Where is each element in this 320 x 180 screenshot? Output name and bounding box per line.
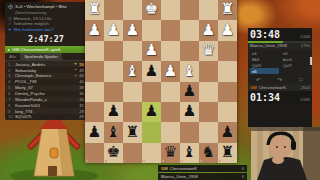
square-a1[interactable]: ♜: [218, 0, 237, 20]
standings-player-name: Dimitrij_Psyche: [15, 91, 77, 96]
standings-rank: 6: [8, 91, 13, 96]
square-g6[interactable]: ♟: [104, 102, 123, 122]
standings-rank: 7: [8, 97, 13, 102]
standings-player-name: SQU475: [15, 114, 77, 119]
square-f8[interactable]: f: [123, 143, 142, 163]
standings-rank: 3: [8, 73, 13, 78]
windmill-window: [50, 148, 58, 158]
square-g5[interactable]: [104, 82, 123, 102]
white-p-piece: ♟: [199, 20, 218, 40]
standings-rank: 5: [8, 85, 13, 90]
square-c5[interactable]: ♟: [180, 82, 199, 102]
square-h8[interactable]: h: [85, 143, 104, 163]
standings-score: 59: [79, 62, 84, 67]
square-d8[interactable]: ♛d: [161, 143, 180, 163]
standings-player-name: Christoph_Balance: [15, 73, 72, 78]
play-icon: ▸: [8, 47, 10, 52]
square-e5[interactable]: [142, 82, 161, 102]
stream-screen: ✠ 3+0 • Wochenkampf • Blitz Zwischenwert…: [0, 0, 320, 180]
standings-score: 40: [79, 79, 84, 84]
square-d7[interactable]: [161, 122, 180, 142]
white-q-piece: ♛: [199, 41, 218, 61]
file-coordinate: c: [181, 159, 183, 163]
file-coordinate: f: [124, 159, 125, 163]
trophy-icon: ★: [74, 62, 77, 67]
square-c2[interactable]: [180, 20, 199, 40]
opponent-clock-sub: #1408: [299, 35, 310, 39]
forward-icon[interactable]: ↷: [277, 76, 282, 83]
white-k-piece: ♚: [142, 0, 161, 20]
file-coordinate: d: [162, 159, 164, 163]
opponent-name: Blanca_Unire_1958: [250, 43, 287, 48]
square-h4[interactable]: [85, 61, 104, 81]
square-h1[interactable]: ♜: [85, 0, 104, 20]
opponent-name-row[interactable]: Blanca_Unire_1958 1750: [248, 43, 312, 50]
square-g2[interactable]: ♟: [104, 20, 123, 40]
black-p-piece: ♟: [180, 82, 199, 102]
standings-tabs: Alle Spielende Spieler: [5, 53, 87, 61]
black-p-piece: ♟: [142, 102, 161, 122]
square-a3[interactable]: [218, 41, 237, 61]
square-a4[interactable]: [218, 61, 237, 81]
square-b2[interactable]: ♟: [199, 20, 218, 40]
file-coordinate: g: [105, 159, 107, 163]
tournament-panel: ✠ 3+0 • Wochenkampf • Blitz Zwischenwert…: [5, 2, 87, 120]
move-cell[interactable]: e6: [250, 68, 279, 74]
player-name: Blanca_Unire_1958: [161, 174, 198, 179]
standings-score: 38: [79, 85, 84, 90]
square-a6[interactable]: [218, 102, 237, 122]
file-coordinate: b: [200, 159, 202, 163]
black-p-piece: ♟: [85, 122, 104, 142]
standings-rank: 2: [8, 68, 13, 73]
standings-list: 1Jessica_Andrés★592Sebastiakg✦493Christo…: [5, 61, 87, 120]
square-f3[interactable]: [123, 41, 142, 61]
square-g7[interactable]: ♝: [104, 122, 123, 142]
standings-score: 49: [79, 68, 84, 73]
standings-score: 36: [79, 91, 84, 96]
standings-rank: 9: [8, 109, 13, 114]
standings-row[interactable]: 10SQU47528: [5, 114, 87, 120]
standings-player-name: Sebastiakg: [15, 68, 72, 73]
square-f7[interactable]: ♜: [123, 122, 142, 142]
black-p-piece: ♟: [104, 102, 123, 122]
player-plates: GM ChessnetworK 8 Blanca_Unire_1958 8: [158, 165, 247, 180]
streamer-name: ChessnetworK: [259, 85, 286, 90]
square-c7[interactable]: [180, 122, 199, 142]
square-b4[interactable]: [199, 61, 218, 81]
square-d3[interactable]: [161, 41, 180, 61]
square-h2[interactable]: ♟: [85, 20, 104, 40]
game-panel: 03:48 #1408 Blanca_Unire_1958 1750 e4e5B…: [248, 28, 312, 127]
square-b3[interactable]: ♛: [199, 41, 218, 61]
square-d4[interactable]: ♟: [161, 61, 180, 81]
standings-player-name: WunderPanda_s: [15, 97, 77, 102]
player-plate-value: 8: [242, 174, 244, 179]
info-icon: ✦: [8, 27, 12, 32]
white-p-piece: ♟: [104, 20, 123, 40]
square-c6[interactable]: ♟: [180, 102, 199, 122]
square-h6[interactable]: [85, 102, 104, 122]
move-list: e4e5Bb3bxc6Qxf3Qxf7e6: [248, 49, 312, 75]
game-actions: ↶ ↷ ⚐: [248, 75, 312, 84]
square-a5[interactable]: [218, 82, 237, 102]
standings-score: 34: [79, 97, 84, 102]
flame-icon: ✦: [74, 74, 77, 79]
streamer-playing-banner[interactable]: ▸ GM ChessnetworK spielt: [5, 46, 87, 53]
standings-score: 31: [79, 103, 84, 108]
square-e4[interactable]: ♟: [142, 61, 161, 81]
standings-score: 29: [79, 109, 84, 114]
tab-all[interactable]: Alle: [5, 53, 20, 60]
file-coordinate: a: [219, 159, 221, 163]
square-h7[interactable]: ♟: [85, 122, 104, 142]
white-p-piece: ♟: [161, 61, 180, 81]
takeback-icon[interactable]: ↶: [256, 76, 261, 83]
plate-black-player[interactable]: GM ChessnetworK 8: [158, 165, 247, 172]
standings-player-name: king_774: [15, 109, 77, 114]
square-d2[interactable]: [161, 20, 180, 40]
square-d6[interactable]: [161, 102, 180, 122]
standings-player-name: Krasimir5001: [15, 103, 77, 108]
standings-player-name: Jessica_Andrés: [15, 62, 72, 67]
square-a8[interactable]: ♜a: [218, 143, 237, 163]
square-e1[interactable]: ♚: [142, 0, 161, 20]
headphones-cup: [291, 141, 296, 150]
black-b-piece: ♝: [104, 122, 123, 142]
square-f6[interactable]: [123, 102, 142, 122]
square-c1[interactable]: [180, 0, 199, 20]
white-b-piece: ♝: [180, 61, 199, 81]
white-p-piece: ♟: [85, 20, 104, 40]
windmill-door: [48, 166, 57, 176]
opponent-rating: 1750: [301, 43, 310, 48]
square-h3[interactable]: [85, 41, 104, 61]
streamer-rating: 2544: [301, 85, 310, 90]
black-p-piece: ♟: [218, 122, 237, 142]
chess-board: ♜♚♜♟♟♟♟♟♟♛♝♟♟♝♟♟♟♟♟♝♜♟h♚gfe♛d♝c♞b♜a: [85, 0, 237, 163]
black-p-piece: ♟: [142, 61, 161, 81]
square-e6[interactable]: ♟: [142, 102, 161, 122]
standings-score: 28: [79, 114, 84, 119]
plate-white-player[interactable]: Blanca_Unire_1958 8: [158, 173, 247, 180]
square-f4[interactable]: ♝: [123, 61, 142, 81]
person-face: [270, 136, 293, 158]
streamer-clock-row: 01:34 #1349: [248, 91, 312, 104]
panel-filler: [248, 104, 312, 127]
square-h5[interactable]: [85, 82, 104, 102]
black-p-piece: ♟: [180, 102, 199, 122]
opponent-clock: 03:48: [250, 29, 280, 40]
square-a2[interactable]: ♟: [218, 20, 237, 40]
white-p-piece: ♟: [123, 20, 142, 40]
square-g8[interactable]: ♚g: [104, 143, 123, 163]
standings-rank: 10: [8, 114, 13, 119]
tournament-countdown: 2:47:27: [5, 32, 87, 46]
file-coordinate: e: [143, 159, 145, 163]
standings-rank: 4: [8, 79, 13, 84]
square-f5[interactable]: [123, 82, 142, 102]
standings-rank: 8: [8, 103, 13, 108]
square-b6[interactable]: [199, 102, 218, 122]
black-r-piece: ♜: [123, 122, 142, 142]
file-coordinate: h: [86, 159, 88, 163]
tournament-subtitle: Zwischenwertung: [15, 10, 67, 15]
square-g3[interactable]: [104, 41, 123, 61]
tournament-header: ✠ 3+0 • Wochenkampf • Blitz Zwischenwert…: [5, 2, 87, 16]
streamer-name-row[interactable]: GM ChessnetworK 2544: [248, 84, 312, 91]
square-b1[interactable]: [199, 0, 218, 20]
square-b8[interactable]: ♞b: [199, 143, 218, 163]
white-p-piece: ♟: [142, 41, 161, 61]
square-a7[interactable]: ♟: [218, 122, 237, 142]
square-g1[interactable]: [104, 0, 123, 20]
square-f1[interactable]: [123, 0, 142, 20]
streamer-title-badge: GM: [250, 85, 257, 90]
resign-icon[interactable]: ⚐: [298, 76, 303, 83]
standings-score: 44: [79, 73, 84, 78]
square-c3[interactable]: [180, 41, 199, 61]
square-c4[interactable]: ♝: [180, 61, 199, 81]
square-d1[interactable]: [161, 0, 180, 20]
white-b-piece: ♝: [123, 61, 142, 81]
tab-playing[interactable]: Spielende Spieler: [20, 53, 62, 60]
player-name: ChessnetworK: [170, 166, 197, 171]
square-f2[interactable]: ♟: [123, 20, 142, 40]
square-e2[interactable]: [142, 20, 161, 40]
player-title-badge: GM: [161, 166, 168, 171]
square-e7[interactable]: [142, 122, 161, 142]
streamer-clock-sub: #1349: [299, 98, 310, 102]
person-hand: [272, 156, 284, 164]
opponent-clock-row: 03:48 #1408: [248, 28, 312, 41]
square-b5[interactable]: [199, 82, 218, 102]
flame-icon: ✦: [74, 68, 77, 73]
player-plate-value: 8: [242, 166, 244, 171]
square-g4[interactable]: [104, 61, 123, 81]
move-cell[interactable]: [281, 68, 310, 74]
standings-player-name: Marty_67: [15, 85, 77, 90]
webcam-person: [251, 127, 320, 180]
standings-rank: 1: [8, 62, 13, 67]
white-r-piece: ♜: [218, 0, 237, 20]
webcam-feed: [251, 127, 320, 180]
square-c8[interactable]: ♝c: [180, 143, 199, 163]
square-e3[interactable]: ♟: [142, 41, 161, 61]
square-e8[interactable]: e: [142, 143, 161, 163]
scrollbar[interactable]: [310, 57, 312, 65]
standings-player-name: POOL_739: [15, 79, 77, 84]
square-d5[interactable]: [161, 82, 180, 102]
white-r-piece: ♜: [85, 0, 104, 20]
tournament-logo-icon: ✠: [8, 4, 13, 10]
streamer-clock: 01:34: [250, 92, 280, 103]
square-b7[interactable]: [199, 122, 218, 142]
white-p-piece: ♟: [218, 20, 237, 40]
